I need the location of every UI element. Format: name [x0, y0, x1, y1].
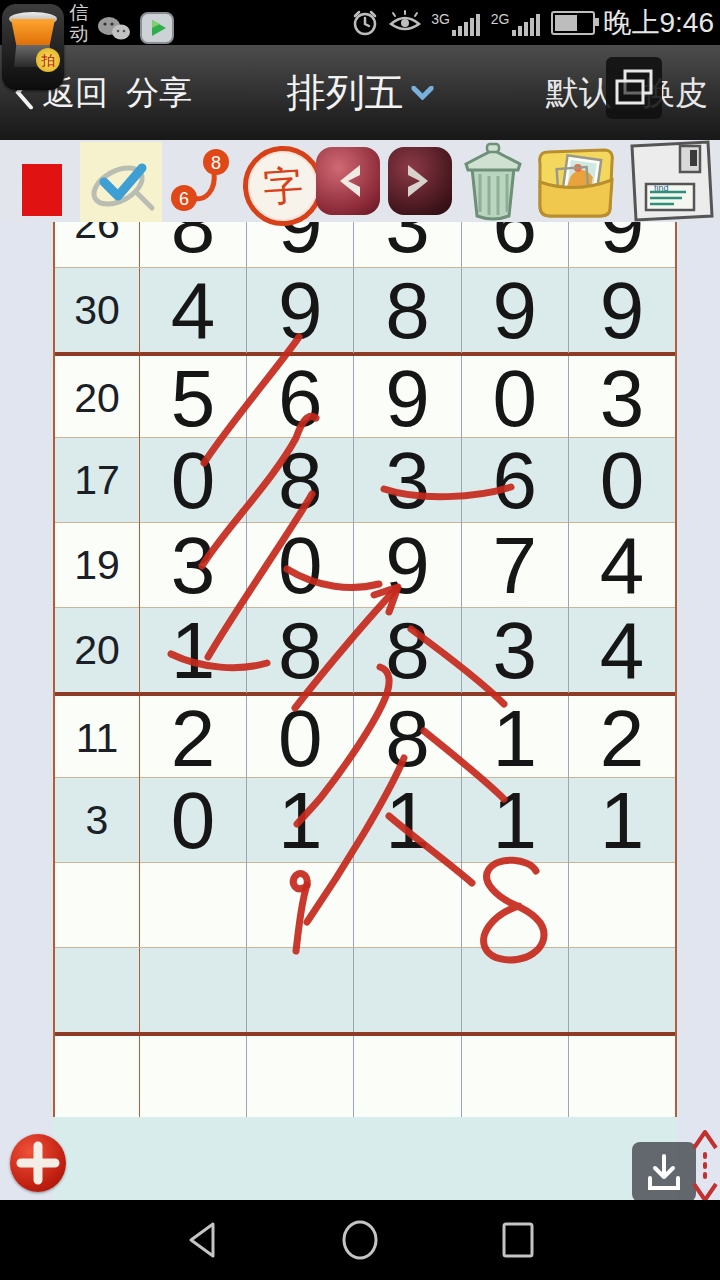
page-title: 排列五	[287, 66, 404, 120]
board-cell[interactable]	[461, 863, 568, 947]
board-cell[interactable]: 2	[139, 696, 246, 781]
board-cell[interactable]	[353, 1036, 460, 1117]
board-cell[interactable]: 9	[353, 523, 460, 608]
board-cell[interactable]: 0	[568, 438, 675, 523]
signal-3g-label: 3G	[431, 12, 450, 26]
board-cell[interactable]: 1	[246, 778, 353, 863]
status-bar: 信 动 3G	[0, 0, 720, 45]
status-right-cluster: 3G 2G 晚上9:46	[351, 0, 714, 45]
trash-button[interactable]	[456, 142, 530, 222]
board-cell[interactable]	[139, 863, 246, 947]
board-cell[interactable]: 4	[568, 523, 675, 608]
signal-2g-bars	[512, 10, 542, 36]
board-cell[interactable]: 5	[139, 356, 246, 441]
board-cell[interactable]	[246, 948, 353, 1032]
arrow-left-icon	[330, 161, 366, 201]
carrier-line1: 信	[66, 2, 92, 23]
board-cell[interactable]: 8	[353, 268, 460, 353]
board-cell[interactable]: 3	[139, 523, 246, 608]
carrier-label: 信 动	[66, 2, 92, 44]
board-cell[interactable]: 0	[246, 523, 353, 608]
row-label	[55, 863, 139, 947]
signal-2g: 2G	[491, 10, 542, 36]
scroll-arrows-icon	[688, 1128, 720, 1204]
nav-bar: 返回 分享 排列五 默认 换皮	[0, 45, 720, 140]
board-row: 2689369	[55, 222, 675, 267]
page-title-group[interactable]: 排列五	[287, 66, 434, 120]
board-cell[interactable]	[461, 1036, 568, 1117]
chevron-down-icon	[412, 86, 434, 100]
skin-default-button[interactable]: 默认	[546, 70, 612, 115]
board-cell[interactable]: 1	[461, 696, 568, 781]
board-cell[interactable]: 3	[461, 608, 568, 693]
board-cell[interactable]: 0	[139, 438, 246, 523]
board-cell[interactable]: 9	[246, 268, 353, 353]
board-cell[interactable]: 0	[246, 696, 353, 781]
row-label: 19	[55, 523, 139, 608]
board-cell[interactable]	[353, 863, 460, 947]
row-label: 17	[55, 438, 139, 523]
app-badge: 拍	[36, 48, 60, 72]
share-button[interactable]: 分享	[126, 70, 192, 115]
download-button[interactable]	[632, 1142, 696, 1202]
board-cell[interactable]: 3	[353, 438, 460, 523]
next-arrow-button[interactable]	[388, 147, 452, 215]
multiwindow-overlay-button[interactable]	[606, 57, 662, 119]
sequence-tool-icon: 6 8	[170, 146, 236, 218]
board-row: 1930974	[55, 522, 675, 607]
gallery-folder-button[interactable]	[534, 142, 620, 222]
android-nav-bar	[0, 1200, 720, 1280]
floating-app-icon[interactable]: 拍	[2, 4, 64, 90]
scroll-up-down-indicator[interactable]	[688, 1128, 720, 1208]
row-label: 11	[55, 696, 139, 781]
board-cell[interactable]: 6	[461, 438, 568, 523]
board-cell[interactable]	[568, 863, 675, 947]
row-label: 30	[55, 268, 139, 353]
gallery-folder-icon	[534, 142, 620, 222]
board-cell[interactable]: 7	[461, 523, 568, 608]
board-cell[interactable]	[139, 1036, 246, 1117]
board-cell[interactable]: 4	[139, 268, 246, 353]
board-cell[interactable]: 4	[568, 608, 675, 693]
board-cell[interactable]: 1	[568, 778, 675, 863]
row-label: 20	[55, 608, 139, 693]
board-cell[interactable]: 9	[461, 268, 568, 353]
seq-low-digit: 6	[179, 189, 189, 209]
board-cell[interactable]: 6	[246, 356, 353, 441]
stamp-char: 字	[261, 157, 305, 215]
board-cell[interactable]: 9	[246, 222, 353, 267]
carrier-line2: 动	[66, 23, 92, 44]
signal-3g: 3G	[431, 10, 482, 36]
row-label: 20	[55, 356, 139, 441]
seq-high-digit: 8	[211, 153, 221, 173]
video-play-icon	[140, 12, 174, 44]
bottom-band	[53, 1117, 677, 1200]
sequence-connect-tool-button[interactable]: 6 8	[170, 146, 236, 218]
red-color-swatch[interactable]	[22, 164, 62, 216]
board-cell[interactable]: 8	[353, 608, 460, 693]
board-cell[interactable]: 8	[246, 438, 353, 523]
signal-3g-bars	[452, 10, 482, 36]
board-cell[interactable]: 9	[568, 222, 675, 267]
board-row	[55, 947, 675, 1032]
board-row: 1120812	[55, 692, 675, 777]
board-cell[interactable]: 8	[246, 608, 353, 693]
drawing-toolbar: 6 8 字	[0, 140, 720, 222]
prev-arrow-button[interactable]	[316, 147, 380, 215]
chart-canvas[interactable]: 2689369304989920569031708360193097420188…	[0, 222, 720, 1200]
board-cell[interactable]: 9	[568, 268, 675, 353]
board-cell[interactable]: 3	[353, 222, 460, 267]
board-cell[interactable]	[139, 948, 246, 1032]
row-label: 26	[55, 222, 139, 267]
board-row: 2056903	[55, 352, 675, 437]
board-cell[interactable]: 1	[139, 608, 246, 693]
hat-body	[11, 19, 55, 45]
board-cell[interactable]	[568, 948, 675, 1032]
row-label	[55, 1036, 139, 1117]
row-label: 3	[55, 778, 139, 863]
board-row	[55, 1032, 675, 1117]
board-cell[interactable]: 0	[461, 356, 568, 441]
board-cell[interactable]: 1	[461, 778, 568, 863]
android-back-button[interactable]	[183, 1220, 221, 1260]
alarm-icon	[351, 9, 379, 37]
board: 2689369304989920569031708360193097420188…	[53, 222, 677, 1120]
android-home-button[interactable]	[339, 1219, 381, 1261]
board-row: 1708360	[55, 437, 675, 522]
multiwindow-icon	[613, 67, 655, 109]
board-cell[interactable]	[246, 1036, 353, 1117]
board-row	[55, 862, 675, 947]
check-draw-tool-button[interactable]	[80, 142, 162, 222]
signal-2g-label: 2G	[491, 12, 510, 26]
text-stamp-tool-button[interactable]: 字	[240, 143, 325, 228]
android-recents-button[interactable]	[499, 1220, 537, 1260]
board-cell[interactable]: 1	[353, 778, 460, 863]
check-tool-icon	[80, 142, 162, 222]
board-row: 2018834	[55, 607, 675, 692]
board-cell[interactable]: 9	[353, 356, 460, 441]
board-cell[interactable]	[461, 948, 568, 1032]
arrow-right-icon	[402, 161, 438, 201]
wechat-icon	[96, 16, 132, 42]
screen: 信 动 3G	[0, 0, 720, 1280]
board-cell[interactable]	[353, 948, 460, 1032]
board-cell[interactable]: 8	[139, 222, 246, 267]
save-floppy-icon: find	[624, 140, 716, 222]
plus-icon	[10, 1134, 66, 1192]
board-row: 301111	[55, 777, 675, 862]
battery-icon	[551, 11, 595, 35]
board-cell[interactable]: 3	[568, 356, 675, 441]
trash-icon	[456, 142, 530, 222]
eye-protection-icon	[388, 10, 422, 36]
board-cell[interactable]	[568, 1036, 675, 1117]
board-cell[interactable]: 6	[461, 222, 568, 267]
board-cell[interactable]: 0	[139, 778, 246, 863]
svg-text:find: find	[654, 183, 669, 193]
download-icon	[642, 1150, 686, 1194]
save-floppy-button[interactable]: find	[624, 140, 716, 222]
board-cell[interactable]: 8	[353, 696, 460, 781]
row-label	[55, 948, 139, 1032]
add-plus-button[interactable]	[10, 1134, 66, 1192]
board-row: 3049899	[55, 267, 675, 352]
clock-text: 晚上9:46	[604, 4, 715, 42]
board-cell[interactable]	[246, 863, 353, 947]
board-cell[interactable]: 2	[568, 696, 675, 781]
